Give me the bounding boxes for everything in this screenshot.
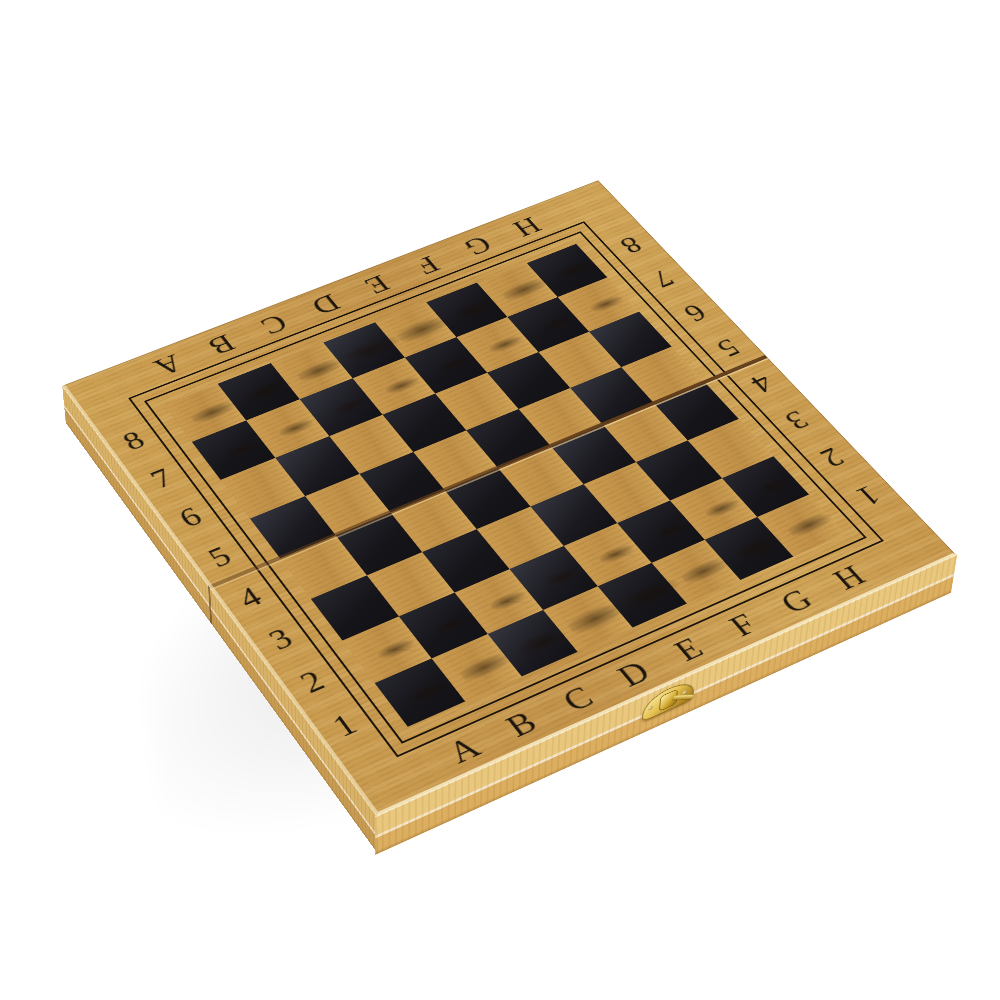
chess-board-box: AABBCCDDEEFFGGHH1122334455667788 ♜♞♝♚♛♝♞… (63, 180, 956, 815)
clasp-hook (672, 695, 694, 700)
rook-glyph: ♜ (373, 599, 466, 697)
product-photo-chess-box: AABBCCDDEEFFGGHH1122334455667788 ♜♞♝♚♛♝♞… (0, 0, 1000, 1000)
scene-3d: AABBCCDDEEFFGGHH1122334455667788 ♜♞♝♚♛♝♞… (0, 0, 1000, 1000)
